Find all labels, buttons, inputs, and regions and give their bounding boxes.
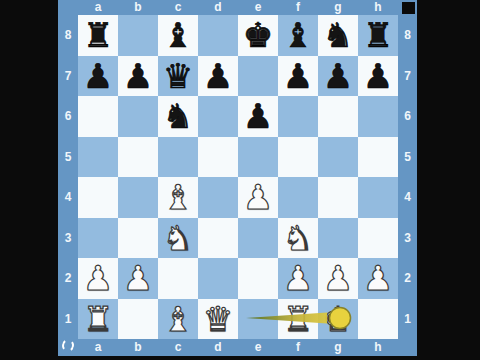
black-knight-g8[interactable]: ♞ xyxy=(323,18,353,52)
rank-label-8: 8 xyxy=(58,15,78,56)
white-knight-f3[interactable]: ♞ xyxy=(283,221,313,255)
black-pawn-d7[interactable]: ♟ xyxy=(203,59,233,93)
black-pawn-a7[interactable]: ♟ xyxy=(83,59,113,93)
square-f4[interactable] xyxy=(278,177,318,218)
square-h6[interactable] xyxy=(358,96,398,137)
black-pawn-g7[interactable]: ♟ xyxy=(323,59,353,93)
square-e7[interactable] xyxy=(238,56,278,97)
black-queen-c7[interactable]: ♛ xyxy=(163,59,193,93)
file-label-h: h xyxy=(358,0,398,15)
white-bishop-c4[interactable]: ♝ xyxy=(163,180,193,214)
square-d4[interactable] xyxy=(198,177,238,218)
black-rook-h8[interactable]: ♜ xyxy=(363,18,393,52)
square-g4[interactable] xyxy=(318,177,358,218)
square-b5[interactable] xyxy=(118,137,158,178)
square-g3[interactable] xyxy=(318,218,358,259)
white-rook-f1[interactable]: ♜ xyxy=(283,302,313,336)
white-pawn-f2[interactable]: ♟ xyxy=(283,261,313,295)
file-labels-bottom: abcdefgh xyxy=(78,339,398,356)
square-d2[interactable] xyxy=(198,258,238,299)
square-e2[interactable] xyxy=(238,258,278,299)
square-g6[interactable] xyxy=(318,96,358,137)
black-king-e8[interactable]: ♚ xyxy=(243,18,273,52)
white-pawn-a2[interactable]: ♟ xyxy=(83,261,113,295)
flip-board-icon[interactable] xyxy=(61,338,75,353)
square-h5[interactable] xyxy=(358,137,398,178)
square-f1[interactable]: ♜ xyxy=(278,299,318,340)
square-e8[interactable]: ♚ xyxy=(238,15,278,56)
rank-label-6: 6 xyxy=(58,96,78,137)
square-b3[interactable] xyxy=(118,218,158,259)
square-a8[interactable]: ♜ xyxy=(78,15,118,56)
chess-board: abcdefgh abcdefgh 87654321 87654321 ♜♝♚♝… xyxy=(58,0,417,356)
square-d3[interactable] xyxy=(198,218,238,259)
file-label-g: g xyxy=(318,339,358,356)
rank-label-3: 3 xyxy=(398,218,417,259)
square-a2[interactable]: ♟ xyxy=(78,258,118,299)
rank-label-4: 4 xyxy=(398,177,417,218)
file-label-c: c xyxy=(158,0,198,15)
square-g5[interactable] xyxy=(318,137,358,178)
rank-label-2: 2 xyxy=(58,258,78,299)
white-pawn-g2[interactable]: ♟ xyxy=(323,261,353,295)
board-squares: ♜♝♚♝♞♜♟♟♛♟♟♟♟♞♟♝♟♞♞♟♟♟♟♟♜♝♛♜♚ xyxy=(78,15,398,339)
square-e3[interactable] xyxy=(238,218,278,259)
square-b1[interactable] xyxy=(118,299,158,340)
white-knight-c3[interactable]: ♞ xyxy=(163,221,193,255)
file-label-b: b xyxy=(118,0,158,15)
rank-labels-left: 87654321 xyxy=(58,15,78,339)
black-to-move-indicator xyxy=(402,2,415,14)
file-label-c: c xyxy=(158,339,198,356)
video-frame: abcdefgh abcdefgh 87654321 87654321 ♜♝♚♝… xyxy=(0,0,480,360)
file-label-d: d xyxy=(198,0,238,15)
file-label-d: d xyxy=(198,339,238,356)
square-h3[interactable] xyxy=(358,218,398,259)
square-c8[interactable]: ♝ xyxy=(158,15,198,56)
rank-label-7: 7 xyxy=(58,56,78,97)
square-h4[interactable] xyxy=(358,177,398,218)
square-d8[interactable] xyxy=(198,15,238,56)
white-king-g1[interactable]: ♚ xyxy=(323,302,353,336)
square-f5[interactable] xyxy=(278,137,318,178)
black-bishop-c8[interactable]: ♝ xyxy=(163,18,193,52)
square-g2[interactable]: ♟ xyxy=(318,258,358,299)
file-label-a: a xyxy=(78,0,118,15)
square-a3[interactable] xyxy=(78,218,118,259)
white-queen-d1[interactable]: ♛ xyxy=(203,302,233,336)
rank-label-5: 5 xyxy=(398,137,417,178)
square-f2[interactable]: ♟ xyxy=(278,258,318,299)
rank-label-3: 3 xyxy=(58,218,78,259)
square-d6[interactable] xyxy=(198,96,238,137)
square-e6[interactable]: ♟ xyxy=(238,96,278,137)
square-a7[interactable]: ♟ xyxy=(78,56,118,97)
square-g1[interactable]: ♚ xyxy=(318,299,358,340)
rank-label-2: 2 xyxy=(398,258,417,299)
file-label-g: g xyxy=(318,0,358,15)
file-label-f: f xyxy=(278,0,318,15)
rank-label-6: 6 xyxy=(398,96,417,137)
square-c4[interactable]: ♝ xyxy=(158,177,198,218)
square-c2[interactable] xyxy=(158,258,198,299)
white-pawn-h2[interactable]: ♟ xyxy=(363,261,393,295)
file-label-e: e xyxy=(238,0,278,15)
file-label-e: e xyxy=(238,339,278,356)
square-a1[interactable]: ♜ xyxy=(78,299,118,340)
square-b4[interactable] xyxy=(118,177,158,218)
square-f7[interactable]: ♟ xyxy=(278,56,318,97)
square-h2[interactable]: ♟ xyxy=(358,258,398,299)
square-g8[interactable]: ♞ xyxy=(318,15,358,56)
square-f3[interactable]: ♞ xyxy=(278,218,318,259)
white-pawn-e4[interactable]: ♟ xyxy=(243,180,273,214)
square-f6[interactable] xyxy=(278,96,318,137)
file-labels-top: abcdefgh xyxy=(78,0,398,15)
square-e5[interactable] xyxy=(238,137,278,178)
square-c5[interactable] xyxy=(158,137,198,178)
square-c1[interactable]: ♝ xyxy=(158,299,198,340)
square-a4[interactable] xyxy=(78,177,118,218)
square-d7[interactable]: ♟ xyxy=(198,56,238,97)
black-knight-c6[interactable]: ♞ xyxy=(163,99,193,133)
rank-label-4: 4 xyxy=(58,177,78,218)
file-label-a: a xyxy=(78,339,118,356)
white-bishop-c1[interactable]: ♝ xyxy=(163,302,193,336)
file-label-f: f xyxy=(278,339,318,356)
rank-label-7: 7 xyxy=(398,56,417,97)
file-label-b: b xyxy=(118,339,158,356)
square-a5[interactable] xyxy=(78,137,118,178)
square-f8[interactable]: ♝ xyxy=(278,15,318,56)
black-rook-a8[interactable]: ♜ xyxy=(83,18,113,52)
square-b2[interactable]: ♟ xyxy=(118,258,158,299)
rank-label-1: 1 xyxy=(398,299,417,340)
square-d5[interactable] xyxy=(198,137,238,178)
square-g7[interactable]: ♟ xyxy=(318,56,358,97)
square-c7[interactable]: ♛ xyxy=(158,56,198,97)
rank-labels-right: 87654321 xyxy=(398,15,417,339)
black-pawn-b7[interactable]: ♟ xyxy=(123,59,153,93)
square-b8[interactable] xyxy=(118,15,158,56)
square-c3[interactable]: ♞ xyxy=(158,218,198,259)
square-d1[interactable]: ♛ xyxy=(198,299,238,340)
square-h8[interactable]: ♜ xyxy=(358,15,398,56)
black-bishop-f8[interactable]: ♝ xyxy=(283,18,313,52)
rank-label-5: 5 xyxy=(58,137,78,178)
square-a6[interactable] xyxy=(78,96,118,137)
black-pawn-f7[interactable]: ♟ xyxy=(283,59,313,93)
black-pawn-e6[interactable]: ♟ xyxy=(243,99,273,133)
square-h1[interactable] xyxy=(358,299,398,340)
square-h7[interactable]: ♟ xyxy=(358,56,398,97)
black-pawn-h7[interactable]: ♟ xyxy=(363,59,393,93)
square-e4[interactable]: ♟ xyxy=(238,177,278,218)
white-rook-a1[interactable]: ♜ xyxy=(83,302,113,336)
rank-label-8: 8 xyxy=(398,15,417,56)
white-pawn-b2[interactable]: ♟ xyxy=(123,261,153,295)
rank-label-1: 1 xyxy=(58,299,78,340)
square-b6[interactable] xyxy=(118,96,158,137)
square-b7[interactable]: ♟ xyxy=(118,56,158,97)
square-c6[interactable]: ♞ xyxy=(158,96,198,137)
file-label-h: h xyxy=(358,339,398,356)
square-e1[interactable] xyxy=(238,299,278,340)
